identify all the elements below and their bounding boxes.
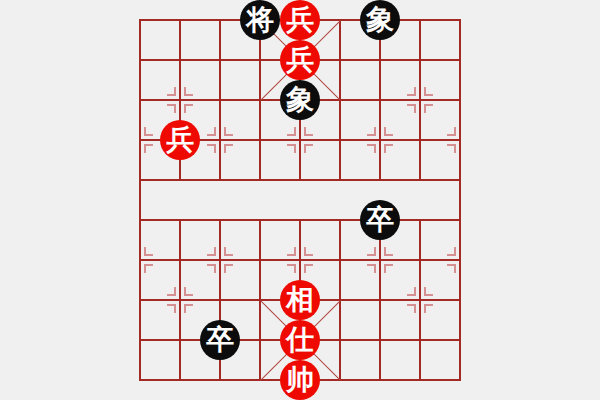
piece-red-advisor[interactable]: 仕 [280,320,320,360]
piece-black-elephant-2[interactable]: 象 [280,80,320,120]
xiangqi-board: 将兵象兵象兵卒相卒仕帅 [139,19,461,381]
piece-black-elephant-1[interactable]: 象 [360,0,400,40]
piece-black-general[interactable]: 将 [240,0,280,40]
piece-red-soldier-2[interactable]: 兵 [280,40,320,80]
xiangqi-app-screen: 将兵象兵象兵卒相卒仕帅 [0,0,600,400]
piece-layer: 将兵象兵象兵卒相卒仕帅 [139,19,461,381]
piece-red-soldier-3[interactable]: 兵 [160,120,200,160]
piece-red-soldier-1[interactable]: 兵 [280,0,320,40]
piece-black-soldier-1[interactable]: 卒 [360,200,400,240]
piece-red-elephant[interactable]: 相 [280,280,320,320]
piece-black-soldier-2[interactable]: 卒 [200,320,240,360]
piece-red-general[interactable]: 帅 [280,360,320,400]
